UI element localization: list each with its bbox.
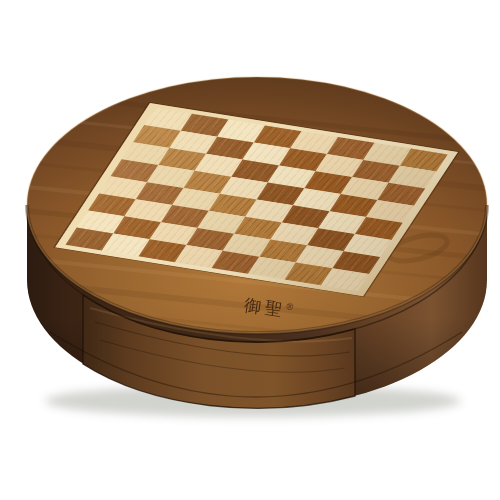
brand-text: 御聖 (243, 295, 287, 321)
registered-trademark-symbol: ® (285, 301, 295, 312)
product-photo: 御聖® (0, 0, 500, 500)
